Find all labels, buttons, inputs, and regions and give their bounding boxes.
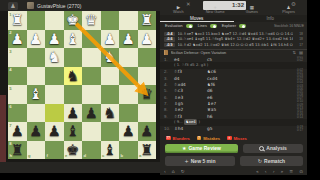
mistakes-icon: ? bbox=[197, 136, 202, 141]
white-piece-g5[interactable]: ♝ bbox=[29, 85, 42, 104]
square-a8[interactable]: ♜a bbox=[138, 141, 157, 160]
move-number: 5. bbox=[164, 88, 174, 93]
white-piece-a2[interactable]: ♟ bbox=[140, 30, 153, 49]
opening-name: Sicilian Defense: Open Variation bbox=[171, 50, 290, 55]
square-h8[interactable]: ♜8h bbox=[8, 141, 27, 160]
square-h2[interactable]: ♟2 bbox=[8, 30, 27, 49]
engine-moves: 10.♗d2 ♞xd2 11.♕xd2 ♛b6 12.O-O-O d5 13.♔… bbox=[178, 43, 294, 47]
engine-lines: -0.410.♗xe7 ♞xc3 11.bxc3 ♞xe7 12.♕d4 ♛xd… bbox=[160, 31, 307, 48]
game-review-label: Game Review bbox=[188, 145, 221, 151]
square-c6[interactable]: ♞ bbox=[101, 104, 120, 123]
square-b3[interactable] bbox=[119, 48, 138, 67]
move-number: 9. bbox=[164, 114, 174, 119]
toggle-label-lines: Lines bbox=[198, 24, 207, 28]
move-number: 6. bbox=[164, 95, 174, 100]
analysis-button[interactable]: Analysis bbox=[243, 144, 303, 154]
square-e4[interactable]: ♞ bbox=[64, 67, 83, 86]
nav-players[interactable]: ♟Players bbox=[272, 5, 306, 15]
square-g6[interactable] bbox=[27, 104, 46, 123]
board-layout-icon[interactable]: ▤ bbox=[299, 50, 303, 55]
square-b2[interactable]: ♟ bbox=[119, 30, 138, 49]
white-move[interactable]: ♗h4 bbox=[174, 126, 207, 131]
panel-tabs: MovesInfo bbox=[160, 15, 307, 22]
square-g1[interactable] bbox=[27, 11, 46, 30]
square-e5[interactable] bbox=[64, 85, 83, 104]
eval-badge: -0.4 bbox=[164, 32, 175, 37]
toggle-label-explorer: Explorer bbox=[222, 24, 236, 28]
engine-line-3[interactable]: -0.910.♗d2 ♞xd2 11.♕xd2 ♛b6 12.O-O-O d5 … bbox=[160, 42, 307, 48]
square-d5[interactable] bbox=[82, 85, 101, 104]
white-piece-c2[interactable]: ♟ bbox=[103, 30, 116, 49]
black-piece-f7[interactable]: ♟ bbox=[48, 122, 61, 141]
file-label-a: a bbox=[139, 153, 141, 158]
square-b5[interactable] bbox=[119, 85, 138, 104]
white-piece-h2[interactable]: ♟ bbox=[11, 30, 24, 49]
chip-mistakes[interactable]: ?Mistakes bbox=[197, 136, 220, 141]
file-label-f: f bbox=[47, 153, 48, 158]
black-piece-e6[interactable]: ♟ bbox=[66, 104, 79, 123]
black-piece-e8[interactable]: ♚ bbox=[66, 141, 79, 160]
square-g5[interactable]: ♝ bbox=[27, 85, 46, 104]
black-piece-b7[interactable]: ♟ bbox=[122, 122, 135, 141]
rematch-button[interactable]: ↻ Rematch bbox=[240, 156, 303, 166]
square-h5[interactable]: 5 bbox=[8, 85, 27, 104]
white-player-name[interactable]: GustavPblue (2770) bbox=[37, 3, 81, 9]
square-b8[interactable]: b bbox=[119, 141, 138, 160]
white-piece-c3[interactable]: ♞ bbox=[103, 48, 116, 67]
bottom-player-bar: Nice42972 (1410) ♙ +1 ⊕ 4:54 bbox=[0, 162, 160, 173]
square-h1[interactable]: ♜1 bbox=[8, 11, 27, 30]
square-e7[interactable]: ♝ bbox=[64, 122, 83, 141]
nav-watch[interactable]: ▶Watch bbox=[161, 5, 195, 15]
blunders-icon: ?? bbox=[166, 136, 171, 141]
nav-label: Watch bbox=[161, 10, 195, 15]
misses-icon: × bbox=[227, 136, 232, 141]
nav-label: New Game bbox=[198, 10, 232, 15]
rank-label-2: 2 bbox=[9, 30, 11, 35]
toggle-lines[interactable] bbox=[210, 24, 217, 28]
move-number: 4. bbox=[164, 82, 174, 87]
square-f7[interactable]: ♟ bbox=[45, 122, 64, 141]
white-piece-d1[interactable]: ♛ bbox=[85, 11, 98, 30]
black-move[interactable]: e6 bbox=[207, 95, 289, 100]
square-c1[interactable] bbox=[101, 11, 120, 30]
black-move[interactable]: cxd4 bbox=[207, 76, 289, 81]
top-bar: ♟ GustavPblue (2770) bbox=[0, 0, 160, 11]
move-row-5.: 5.♘c3d60:060:05 bbox=[160, 88, 307, 94]
white-move[interactable]: d4 bbox=[174, 76, 207, 81]
square-a2[interactable]: ♟ bbox=[138, 30, 157, 49]
black-piece-g7[interactable]: ♟ bbox=[29, 122, 42, 141]
square-c8[interactable]: ♝c bbox=[101, 141, 120, 160]
rank-label-8: 8 bbox=[9, 141, 11, 146]
square-f6[interactable] bbox=[45, 104, 64, 123]
file-label-e: e bbox=[65, 153, 67, 158]
square-d3[interactable] bbox=[82, 48, 101, 67]
rank-label-3: 3 bbox=[9, 49, 11, 54]
chip-label: Mistakes bbox=[203, 136, 220, 141]
move-row-10.: 10.♗h4g50:190:17 bbox=[160, 126, 307, 132]
square-a4[interactable] bbox=[138, 67, 157, 86]
square-c2[interactable]: ♟ bbox=[101, 30, 120, 49]
square-g8[interactable]: g bbox=[27, 141, 46, 160]
white-piece-e1[interactable]: ♚ bbox=[66, 11, 79, 30]
move-row-4.: 4.♘xd4♞f60:040:03 bbox=[160, 81, 307, 87]
black-piece-c8[interactable]: ♝ bbox=[103, 141, 116, 160]
rank-label-5: 5 bbox=[9, 86, 11, 91]
selected-move[interactable]: ♞xe4 bbox=[184, 119, 197, 124]
square-c5[interactable] bbox=[101, 85, 120, 104]
black-move[interactable]: ♝e7 bbox=[207, 101, 289, 106]
move-time: 0:14 bbox=[289, 116, 303, 119]
move-times: 0:010:02 bbox=[289, 56, 303, 62]
game-review-button[interactable]: ★ Game Review bbox=[165, 144, 238, 154]
black-move[interactable]: h6 bbox=[207, 114, 289, 119]
white-move[interactable]: ♘xd4 bbox=[174, 82, 207, 87]
square-h6[interactable]: 6 bbox=[8, 104, 27, 123]
white-move[interactable]: ♘c3 bbox=[174, 88, 207, 93]
square-f1[interactable] bbox=[45, 11, 64, 30]
rank-label-1: 1 bbox=[9, 12, 11, 17]
tab-moves[interactable]: Moves bbox=[160, 15, 234, 22]
square-h7[interactable]: ♟7 bbox=[8, 122, 27, 141]
black-piece-d6[interactable]: ♟ bbox=[85, 104, 98, 123]
move-row-7.: 7.♗g5♝e70:100:09 bbox=[160, 100, 307, 106]
rank-label-6: 6 bbox=[9, 104, 11, 109]
square-e1[interactable]: ♚ bbox=[64, 11, 83, 30]
move-number: 1. bbox=[164, 57, 174, 62]
square-g2[interactable]: ♟ bbox=[27, 30, 46, 49]
panel-nav: ▶Watch+New Game▦Games♟Players bbox=[160, 5, 307, 15]
tab-info[interactable]: Info bbox=[234, 15, 308, 22]
white-piece-b2[interactable]: ♟ bbox=[122, 30, 135, 49]
white-piece-e2[interactable]: ♝ bbox=[66, 30, 79, 49]
rank-label-4: 4 bbox=[9, 67, 11, 72]
white-move[interactable]: e4 bbox=[174, 57, 207, 62]
black-piece-h8[interactable]: ♜ bbox=[11, 141, 24, 160]
nav-games[interactable]: ▦Games bbox=[235, 5, 269, 15]
square-f8[interactable]: f bbox=[45, 141, 64, 160]
move-row-8.: 8.♗e2♛a50:130:11 bbox=[160, 107, 307, 113]
panel-footer: ‹⌂↻ «‹›»≡⊙ bbox=[160, 168, 307, 175]
square-d7[interactable] bbox=[82, 122, 101, 141]
engine-toggles: EvaluationLinesExplorer bbox=[165, 23, 248, 29]
move-time: 0:02 bbox=[289, 59, 303, 62]
next-move-icon[interactable]: › bbox=[273, 169, 275, 174]
square-a6[interactable] bbox=[138, 104, 157, 123]
toggle-knob bbox=[213, 25, 216, 28]
square-d2[interactable] bbox=[82, 30, 101, 49]
first-move-icon[interactable]: « bbox=[256, 169, 259, 174]
move-times: 0:190:17 bbox=[289, 126, 303, 133]
engine-depth: 17 bbox=[293, 43, 303, 47]
site-logo-icon[interactable]: ♟ bbox=[8, 2, 18, 10]
square-e2[interactable]: ♝ bbox=[64, 30, 83, 49]
chip-label: Misses bbox=[233, 136, 246, 141]
chip-misses[interactable]: ×Misses bbox=[227, 136, 247, 141]
black-piece-e7[interactable]: ♝ bbox=[66, 122, 79, 141]
white-piece-f2[interactable]: ♟ bbox=[48, 30, 61, 49]
move-number: 8. bbox=[164, 107, 174, 112]
white-piece-g2[interactable]: ♟ bbox=[29, 30, 42, 49]
review-star-icon: ★ bbox=[182, 145, 186, 151]
square-e8[interactable]: ♚e bbox=[64, 141, 83, 160]
nav-label: Players bbox=[272, 10, 306, 15]
engine-moves: 10.♘xe4 ♝xg5 11.♘fxg5 ♛b4+ 12.♕d2 ♛xd2+ … bbox=[178, 37, 294, 41]
file-label-c: c bbox=[102, 153, 104, 158]
white-move[interactable]: ♗e3 bbox=[174, 95, 207, 100]
square-d8[interactable]: d bbox=[82, 141, 101, 160]
new-game-button[interactable]: + New 5 min bbox=[165, 156, 235, 166]
square-e6[interactable]: ♟ bbox=[64, 104, 83, 123]
toggle-label-evaluation: Evaluation bbox=[165, 24, 183, 28]
white-player-avatar[interactable] bbox=[27, 2, 34, 9]
black-move[interactable]: ♞f6 bbox=[207, 82, 289, 87]
rematch-icon: ↻ bbox=[258, 158, 262, 164]
app-window: ♟ GustavPblue (2770) ♜1♚♛♜♟2♟♟♝♟♟♟3♞♞4♞5… bbox=[0, 0, 320, 180]
square-f5[interactable] bbox=[45, 85, 64, 104]
back-icon[interactable]: ‹ bbox=[164, 169, 166, 174]
nav-new-game[interactable]: +New Game bbox=[198, 5, 232, 15]
new-game-label: New 5 min bbox=[191, 158, 216, 164]
square-f2[interactable]: ♟ bbox=[45, 30, 64, 49]
file-label-b: b bbox=[121, 153, 124, 158]
black-move[interactable]: c5 bbox=[207, 57, 289, 62]
black-move[interactable]: ♞c6 bbox=[207, 69, 289, 74]
chip-label: Blunders bbox=[172, 136, 189, 141]
square-b7[interactable]: ♟ bbox=[119, 122, 138, 141]
square-h4[interactable]: 4 bbox=[8, 67, 27, 86]
move-number: 7. bbox=[164, 101, 174, 106]
file-label-g: g bbox=[28, 153, 31, 158]
opening-book-icon bbox=[164, 50, 168, 55]
move-times: 0:160:14 bbox=[289, 113, 303, 120]
review-summary-chips: ??Blunders?Mistakes×Misses bbox=[160, 135, 307, 142]
square-a5[interactable]: ♛ bbox=[138, 85, 157, 104]
square-g3[interactable] bbox=[27, 48, 46, 67]
white-piece-a1[interactable]: ♜ bbox=[140, 11, 153, 30]
square-f4[interactable] bbox=[45, 67, 64, 86]
menu-icon[interactable]: ≡ bbox=[289, 169, 293, 174]
black-piece-a5[interactable]: ♛ bbox=[140, 85, 153, 104]
prev-move-icon[interactable]: ‹ bbox=[265, 169, 267, 174]
square-d1[interactable]: ♛ bbox=[82, 11, 101, 30]
flip-board-icon[interactable]: ⇅ bbox=[293, 50, 297, 55]
move-number: 2. bbox=[164, 69, 174, 74]
square-c4[interactable] bbox=[101, 67, 120, 86]
move-number: 3. bbox=[164, 76, 174, 81]
nav-label: Games bbox=[235, 10, 269, 15]
square-a1[interactable]: ♜ bbox=[138, 11, 157, 30]
move-row-2.: 2.♘f3♞c60:020:01 bbox=[160, 69, 307, 75]
eval-badge: -0.9 bbox=[164, 43, 175, 48]
square-e3[interactable] bbox=[64, 48, 83, 67]
square-d4[interactable] bbox=[82, 67, 101, 86]
square-a3[interactable] bbox=[138, 48, 157, 67]
engine-depth: 18 bbox=[293, 32, 303, 36]
black-move[interactable]: g5 bbox=[207, 126, 289, 131]
black-piece-c6[interactable]: ♞ bbox=[103, 104, 116, 123]
black-piece-h7[interactable]: ♟ bbox=[11, 122, 24, 141]
square-d6[interactable]: ♟ bbox=[82, 104, 101, 123]
black-piece-a8[interactable]: ♜ bbox=[140, 141, 153, 160]
black-piece-e4[interactable]: ♞ bbox=[66, 67, 79, 86]
chip-blunders[interactable]: ??Blunders bbox=[166, 136, 190, 141]
move-time: 0:17 bbox=[289, 129, 303, 132]
rematch-label: Rematch bbox=[264, 158, 285, 164]
black-move[interactable]: ♛a5 bbox=[207, 107, 289, 112]
black-move[interactable]: d6 bbox=[207, 88, 289, 93]
eval-badge: -0.6 bbox=[164, 37, 175, 42]
rank-label-7: 7 bbox=[9, 123, 11, 128]
left-edge-strip bbox=[0, 95, 6, 163]
square-g4[interactable] bbox=[27, 67, 46, 86]
engine-name-label[interactable]: Stockfish 16 NNUE bbox=[244, 24, 304, 28]
analysis-label: Analysis bbox=[266, 145, 287, 151]
engine-moves: 10.♗xe7 ♞xc3 11.bxc3 ♞xe7 12.♕d4 ♛xd4 13… bbox=[178, 32, 294, 36]
square-b1[interactable] bbox=[119, 11, 138, 30]
white-move[interactable]: ♗e2 bbox=[174, 107, 207, 112]
square-c3[interactable]: ♞ bbox=[101, 48, 120, 67]
square-b6[interactable] bbox=[119, 104, 138, 123]
move-list: 1.e4c50:010:02( 1. ♘f3 d5 2. g3 )2.♘f3♞c… bbox=[160, 56, 307, 133]
move-row-3.: 3.d4cxd40:030:02 bbox=[160, 75, 307, 81]
magnifier-icon bbox=[259, 146, 264, 151]
home-icon[interactable]: ⌂ bbox=[172, 169, 175, 174]
file-label-h: h bbox=[10, 153, 13, 158]
reload-icon[interactable]: ↻ bbox=[181, 169, 185, 174]
square-a7[interactable]: ♟ bbox=[138, 122, 157, 141]
engine-depth: 18 bbox=[293, 37, 303, 41]
square-g7[interactable]: ♟ bbox=[27, 122, 46, 141]
engine-line-2[interactable]: -0.610.♘xe4 ♝xg5 11.♘fxg5 ♛b4+ 12.♕d2 ♛x… bbox=[160, 37, 307, 43]
move-row-6.: 6.♗e3e60:080:07 bbox=[160, 94, 307, 100]
white-move[interactable]: ♘f3 bbox=[174, 69, 207, 74]
white-move[interactable]: ♘f3 bbox=[174, 114, 207, 119]
engine-line-1[interactable]: -0.410.♗xe7 ♞xc3 11.bxc3 ♞xe7 12.♕d4 ♛xd… bbox=[160, 31, 307, 37]
white-piece-f3[interactable]: ♞ bbox=[48, 48, 61, 67]
chess-board[interactable]: ♜1♚♛♜♟2♟♟♝♟♟♟3♞♞4♞5♝♛6♟♟♞♟7♟♟♝♟♟♜8hgf♚ed… bbox=[8, 11, 156, 159]
toggle-evaluation[interactable] bbox=[186, 24, 193, 28]
black-piece-a7[interactable]: ♟ bbox=[140, 122, 153, 141]
white-piece-h1[interactable]: ♜ bbox=[11, 11, 24, 30]
toggle-knob bbox=[189, 25, 192, 28]
white-move[interactable]: ♗g5 bbox=[174, 101, 207, 106]
plus-icon: + bbox=[185, 158, 189, 164]
record-icon[interactable]: ⊙ bbox=[299, 169, 303, 174]
square-f3[interactable]: ♞ bbox=[45, 48, 64, 67]
square-b4[interactable] bbox=[119, 67, 138, 86]
move-number: 10. bbox=[164, 126, 174, 131]
last-move-icon[interactable]: » bbox=[280, 169, 283, 174]
square-h3[interactable]: 3 bbox=[8, 48, 27, 67]
file-label-d: d bbox=[84, 153, 87, 158]
square-c7[interactable] bbox=[101, 122, 120, 141]
